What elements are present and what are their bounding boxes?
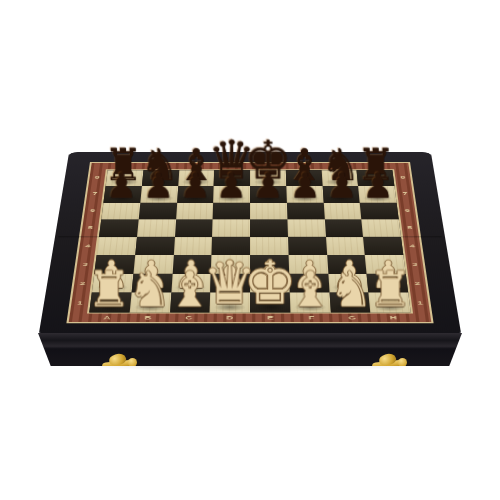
square-d5[interactable] xyxy=(212,220,250,237)
file-label-f: F xyxy=(291,314,332,323)
square-e6[interactable] xyxy=(250,203,287,220)
file-label-c: C xyxy=(168,314,209,323)
square-f6[interactable] xyxy=(287,203,325,220)
square-h7[interactable]: ♟ xyxy=(358,186,396,202)
box-front-panel xyxy=(38,333,462,366)
rank-label-right-5: 5 xyxy=(401,219,419,237)
square-a5[interactable] xyxy=(99,220,138,237)
file-label-e: E xyxy=(250,314,291,323)
rank-label-left-6: 6 xyxy=(84,202,102,219)
clasp-knob xyxy=(128,358,137,367)
rank-label-right-6: 6 xyxy=(398,202,416,219)
chess-set-photo: 87654321 ♜♞♝♛♚♝♞♜♟♟♟♟♟♟♟♟♟♟♟♟♟♟♟♟♜♞♝♛♚♝♞… xyxy=(0,0,500,500)
square-g6[interactable] xyxy=(323,203,361,220)
square-e5[interactable] xyxy=(250,220,288,237)
square-a6[interactable] xyxy=(101,203,140,220)
board-frame: 87654321 ♜♞♝♛♚♝♞♜♟♟♟♟♟♟♟♟♟♟♟♟♟♟♟♟♜♞♝♛♚♝♞… xyxy=(38,152,461,336)
file-label-h: H xyxy=(372,314,414,323)
rank-label-right-4: 4 xyxy=(403,237,422,255)
clasp-knob xyxy=(398,358,407,367)
square-b6[interactable] xyxy=(138,203,176,220)
square-b5[interactable] xyxy=(137,220,176,237)
file-labels-bottom: ABCDEFGH xyxy=(86,314,414,323)
square-h6[interactable] xyxy=(360,203,399,220)
square-h5[interactable] xyxy=(362,220,401,237)
square-c5[interactable] xyxy=(175,220,213,237)
black-pawn-h7[interactable]: ♟ xyxy=(346,169,410,204)
coordinate-border: 87654321 ♜♞♝♛♚♝♞♜♟♟♟♟♟♟♟♟♟♟♟♟♟♟♟♟♜♞♝♛♚♝♞… xyxy=(66,162,433,323)
file-label-a: A xyxy=(86,314,128,323)
square-h1[interactable]: ♜ xyxy=(369,293,411,313)
white-rook-h1[interactable]: ♜ xyxy=(356,265,426,314)
board-3d-scene: 87654321 ♜♞♝♛♚♝♞♜♟♟♟♟♟♟♟♟♟♟♟♟♟♟♟♟♜♞♝♛♚♝♞… xyxy=(38,152,461,336)
square-g5[interactable] xyxy=(324,220,363,237)
chess-board: ♜♞♝♛♚♝♞♜♟♟♟♟♟♟♟♟♟♟♟♟♟♟♟♟♜♞♝♛♚♝♞♜ xyxy=(87,169,413,313)
square-c6[interactable] xyxy=(176,203,214,220)
file-label-g: G xyxy=(332,314,374,323)
file-label-b: B xyxy=(127,314,169,323)
square-f5[interactable] xyxy=(287,220,325,237)
square-d6[interactable] xyxy=(213,203,250,220)
file-label-d: D xyxy=(209,314,250,323)
